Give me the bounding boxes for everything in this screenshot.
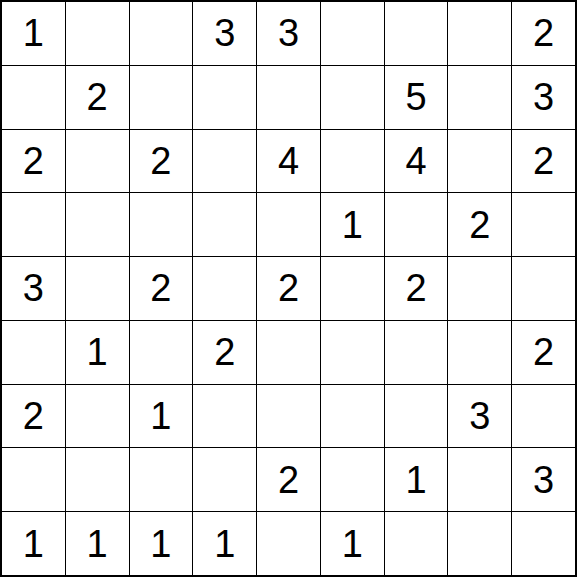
cell-r6c8[interactable] (448, 321, 511, 384)
cell-r6c9[interactable]: 2 (512, 321, 575, 384)
cell-r8c5[interactable]: 2 (257, 448, 320, 511)
cell-r8c7[interactable]: 1 (385, 448, 448, 511)
cell-r7c3[interactable]: 1 (130, 385, 193, 448)
cell-r5c2[interactable] (66, 257, 129, 320)
cell-r8c8[interactable] (448, 448, 511, 511)
cell-r9c1[interactable]: 1 (2, 512, 65, 575)
cell-r6c4[interactable]: 2 (193, 321, 256, 384)
cell-r5c8[interactable] (448, 257, 511, 320)
cell-r3c3[interactable]: 2 (130, 130, 193, 193)
cell-r1c7[interactable] (385, 2, 448, 65)
cell-r2c3[interactable] (130, 66, 193, 129)
cell-r2c1[interactable] (2, 66, 65, 129)
cell-r2c2[interactable]: 2 (66, 66, 129, 129)
cell-r9c6[interactable]: 1 (321, 512, 384, 575)
cell-r4c1[interactable] (2, 193, 65, 256)
cell-r6c2[interactable]: 1 (66, 321, 129, 384)
cell-r7c5[interactable] (257, 385, 320, 448)
cell-r2c7[interactable]: 5 (385, 66, 448, 129)
cell-r3c9[interactable]: 2 (512, 130, 575, 193)
cell-r5c6[interactable] (321, 257, 384, 320)
cell-r8c6[interactable] (321, 448, 384, 511)
cell-r3c4[interactable] (193, 130, 256, 193)
cell-r6c7[interactable] (385, 321, 448, 384)
puzzle-board: 13322532244212322212221321311111 (0, 0, 577, 577)
cell-r6c6[interactable] (321, 321, 384, 384)
cell-r9c7[interactable] (385, 512, 448, 575)
cell-r1c4[interactable]: 3 (193, 2, 256, 65)
cell-r4c9[interactable] (512, 193, 575, 256)
cell-r3c6[interactable] (321, 130, 384, 193)
cell-r8c1[interactable] (2, 448, 65, 511)
cell-r7c9[interactable] (512, 385, 575, 448)
cell-r7c6[interactable] (321, 385, 384, 448)
cell-r7c4[interactable] (193, 385, 256, 448)
cell-r1c3[interactable] (130, 2, 193, 65)
cell-r4c6[interactable]: 1 (321, 193, 384, 256)
cell-r1c8[interactable] (448, 2, 511, 65)
cell-r6c5[interactable] (257, 321, 320, 384)
cell-r3c5[interactable]: 4 (257, 130, 320, 193)
cell-r9c3[interactable]: 1 (130, 512, 193, 575)
cell-r8c2[interactable] (66, 448, 129, 511)
cell-r5c9[interactable] (512, 257, 575, 320)
cell-r4c3[interactable] (130, 193, 193, 256)
cell-r7c1[interactable]: 2 (2, 385, 65, 448)
cell-r5c1[interactable]: 3 (2, 257, 65, 320)
cell-r2c9[interactable]: 3 (512, 66, 575, 129)
cell-r8c4[interactable] (193, 448, 256, 511)
cell-r7c8[interactable]: 3 (448, 385, 511, 448)
cell-r4c8[interactable]: 2 (448, 193, 511, 256)
cell-r3c2[interactable] (66, 130, 129, 193)
cell-r7c2[interactable] (66, 385, 129, 448)
cell-r9c5[interactable] (257, 512, 320, 575)
cell-r6c1[interactable] (2, 321, 65, 384)
cell-r3c8[interactable] (448, 130, 511, 193)
cell-r8c9[interactable]: 3 (512, 448, 575, 511)
cell-r6c3[interactable] (130, 321, 193, 384)
cell-r5c4[interactable] (193, 257, 256, 320)
cell-r5c5[interactable]: 2 (257, 257, 320, 320)
cell-r1c9[interactable]: 2 (512, 2, 575, 65)
cell-r1c1[interactable]: 1 (2, 2, 65, 65)
cell-r4c5[interactable] (257, 193, 320, 256)
cell-r1c2[interactable] (66, 2, 129, 65)
cell-r9c8[interactable] (448, 512, 511, 575)
cell-r7c7[interactable] (385, 385, 448, 448)
cell-r2c8[interactable] (448, 66, 511, 129)
cell-r5c3[interactable]: 2 (130, 257, 193, 320)
cell-r4c7[interactable] (385, 193, 448, 256)
cell-r3c1[interactable]: 2 (2, 130, 65, 193)
cell-r1c6[interactable] (321, 2, 384, 65)
cell-r4c2[interactable] (66, 193, 129, 256)
cell-r9c2[interactable]: 1 (66, 512, 129, 575)
cell-r4c4[interactable] (193, 193, 256, 256)
cell-r2c4[interactable] (193, 66, 256, 129)
cell-r3c7[interactable]: 4 (385, 130, 448, 193)
cell-r9c9[interactable] (512, 512, 575, 575)
cell-r5c7[interactable]: 2 (385, 257, 448, 320)
cell-r8c3[interactable] (130, 448, 193, 511)
cell-r2c6[interactable] (321, 66, 384, 129)
cell-r2c5[interactable] (257, 66, 320, 129)
cell-r9c4[interactable]: 1 (193, 512, 256, 575)
cell-r1c5[interactable]: 3 (257, 2, 320, 65)
